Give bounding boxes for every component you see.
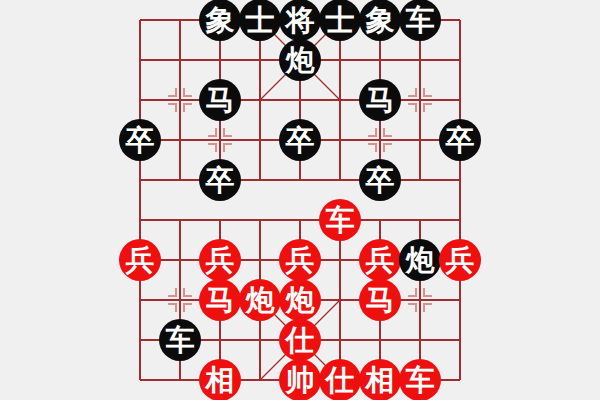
piece-black-soldier[interactable]: 卒 xyxy=(439,119,481,161)
piece-red-elephant[interactable]: 相 xyxy=(199,359,241,400)
piece-black-elephant[interactable]: 象 xyxy=(359,0,401,41)
piece-black-elephant[interactable]: 象 xyxy=(199,0,241,41)
piece-red-soldier[interactable]: 兵 xyxy=(279,239,321,281)
piece-red-advisor[interactable]: 仕 xyxy=(279,319,321,361)
piece-black-advisor[interactable]: 士 xyxy=(319,0,361,41)
piece-red-horse[interactable]: 马 xyxy=(359,279,401,321)
piece-black-cannon[interactable]: 炮 xyxy=(399,239,441,281)
piece-red-soldier[interactable]: 兵 xyxy=(119,239,161,281)
piece-black-chariot[interactable]: 车 xyxy=(159,319,201,361)
piece-red-soldier[interactable]: 兵 xyxy=(439,239,481,281)
piece-red-chariot[interactable]: 车 xyxy=(319,199,361,241)
pieces-layer: 象士将士象车炮马马卒卒卒卒卒车兵兵兵兵炮兵马炮炮马车仕相帅仕相车 xyxy=(120,0,480,400)
piece-red-soldier[interactable]: 兵 xyxy=(199,239,241,281)
piece-black-soldier[interactable]: 卒 xyxy=(199,159,241,201)
piece-red-soldier[interactable]: 兵 xyxy=(359,239,401,281)
xiangqi-screenshot: 象士将士象车炮马马卒卒卒卒卒车兵兵兵兵炮兵马炮炮马车仕相帅仕相车 xyxy=(0,0,600,400)
piece-black-soldier[interactable]: 卒 xyxy=(279,119,321,161)
piece-black-horse[interactable]: 马 xyxy=(199,79,241,121)
piece-black-soldier[interactable]: 卒 xyxy=(119,119,161,161)
piece-black-horse[interactable]: 马 xyxy=(359,79,401,121)
piece-black-general[interactable]: 将 xyxy=(279,0,321,41)
piece-red-cannon[interactable]: 炮 xyxy=(279,279,321,321)
piece-red-advisor[interactable]: 仕 xyxy=(319,359,361,400)
piece-red-cannon[interactable]: 炮 xyxy=(239,279,281,321)
piece-red-chariot[interactable]: 车 xyxy=(399,359,441,400)
piece-black-advisor[interactable]: 士 xyxy=(239,0,281,41)
piece-red-elephant[interactable]: 相 xyxy=(359,359,401,400)
piece-black-soldier[interactable]: 卒 xyxy=(359,159,401,201)
piece-black-chariot[interactable]: 车 xyxy=(399,0,441,41)
xiangqi-board[interactable]: 象士将士象车炮马马卒卒卒卒卒车兵兵兵兵炮兵马炮炮马车仕相帅仕相车 xyxy=(120,0,480,400)
piece-black-cannon[interactable]: 炮 xyxy=(279,39,321,81)
piece-red-general[interactable]: 帅 xyxy=(279,359,321,400)
piece-red-horse[interactable]: 马 xyxy=(199,279,241,321)
